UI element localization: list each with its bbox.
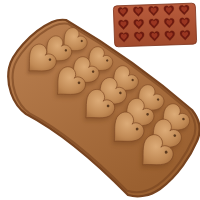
chocolate-mold-top-view xyxy=(110,0,200,51)
thumbnail-product-image[interactable] xyxy=(110,0,200,51)
product-photo-scene xyxy=(0,0,200,200)
